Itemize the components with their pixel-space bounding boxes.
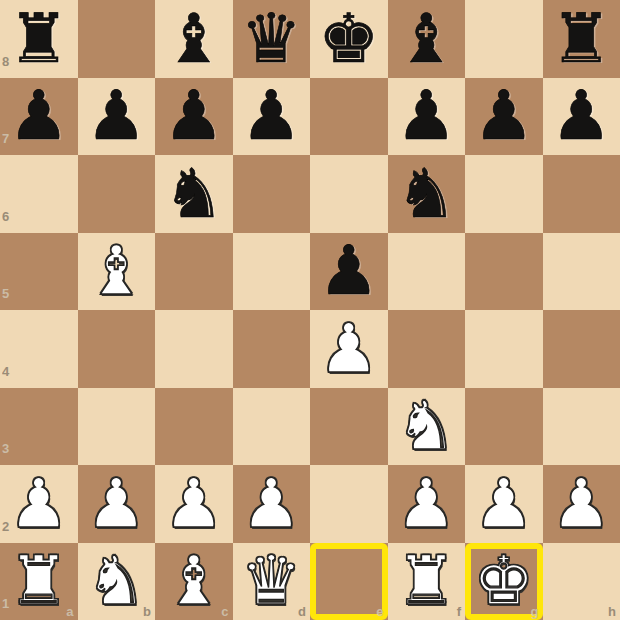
square-a8[interactable]: ♜8 <box>0 0 78 78</box>
black-king[interactable]: ♚ <box>310 0 388 78</box>
square-c4[interactable] <box>155 310 233 388</box>
square-a1[interactable]: ♜1a <box>0 543 78 620</box>
square-f6[interactable]: ♞ <box>388 155 466 233</box>
white-knight[interactable]: ♞ <box>388 388 466 466</box>
square-h5[interactable] <box>543 233 620 311</box>
black-rook[interactable]: ♜ <box>543 0 620 78</box>
white-bishop[interactable]: ♝ <box>78 233 156 311</box>
square-f7[interactable]: ♟ <box>388 78 466 156</box>
square-h6[interactable] <box>543 155 620 233</box>
black-rook[interactable]: ♜ <box>0 0 78 78</box>
square-e1-highlighted[interactable]: e <box>310 543 388 620</box>
square-c7[interactable]: ♟ <box>155 78 233 156</box>
white-king[interactable]: ♚ <box>465 543 543 620</box>
square-b3[interactable] <box>78 388 156 466</box>
black-pawn[interactable]: ♟ <box>78 78 156 156</box>
white-pawn[interactable]: ♟ <box>388 465 466 543</box>
square-d3[interactable] <box>233 388 311 466</box>
white-queen[interactable]: ♛ <box>233 543 311 620</box>
square-e7[interactable] <box>310 78 388 156</box>
rank-label-5: 5 <box>2 286 9 301</box>
square-d5[interactable] <box>233 233 311 311</box>
square-c3[interactable] <box>155 388 233 466</box>
square-b6[interactable] <box>78 155 156 233</box>
white-pawn[interactable]: ♟ <box>0 465 78 543</box>
square-h2[interactable]: ♟ <box>543 465 620 543</box>
black-queen[interactable]: ♛ <box>233 0 311 78</box>
square-f3[interactable]: ♞ <box>388 388 466 466</box>
white-rook[interactable]: ♜ <box>0 543 78 620</box>
square-f4[interactable] <box>388 310 466 388</box>
rank-label-6: 6 <box>2 209 9 224</box>
square-a7[interactable]: ♟7 <box>0 78 78 156</box>
black-knight[interactable]: ♞ <box>155 155 233 233</box>
black-pawn[interactable]: ♟ <box>543 78 620 156</box>
square-d4[interactable] <box>233 310 311 388</box>
white-knight[interactable]: ♞ <box>78 543 156 620</box>
square-f2[interactable]: ♟ <box>388 465 466 543</box>
black-pawn[interactable]: ♟ <box>0 78 78 156</box>
square-g5[interactable] <box>465 233 543 311</box>
black-pawn[interactable]: ♟ <box>465 78 543 156</box>
file-label-e: e <box>376 604 383 619</box>
white-rook[interactable]: ♜ <box>388 543 466 620</box>
white-bishop[interactable]: ♝ <box>155 543 233 620</box>
square-b7[interactable]: ♟ <box>78 78 156 156</box>
square-g3[interactable] <box>465 388 543 466</box>
square-g2[interactable]: ♟ <box>465 465 543 543</box>
square-e5[interactable]: ♟ <box>310 233 388 311</box>
white-pawn[interactable]: ♟ <box>310 310 388 388</box>
square-c8[interactable]: ♝ <box>155 0 233 78</box>
black-bishop[interactable]: ♝ <box>155 0 233 78</box>
square-b4[interactable] <box>78 310 156 388</box>
square-a4[interactable]: 4 <box>0 310 78 388</box>
square-a6[interactable]: 6 <box>0 155 78 233</box>
square-g8[interactable] <box>465 0 543 78</box>
white-pawn[interactable]: ♟ <box>465 465 543 543</box>
square-a3[interactable]: 3 <box>0 388 78 466</box>
white-pawn[interactable]: ♟ <box>155 465 233 543</box>
square-h4[interactable] <box>543 310 620 388</box>
square-b5[interactable]: ♝ <box>78 233 156 311</box>
black-bishop[interactable]: ♝ <box>388 0 466 78</box>
square-c6[interactable]: ♞ <box>155 155 233 233</box>
rank-label-3: 3 <box>2 441 9 456</box>
square-h8[interactable]: ♜ <box>543 0 620 78</box>
square-e6[interactable] <box>310 155 388 233</box>
square-b2[interactable]: ♟ <box>78 465 156 543</box>
file-label-h: h <box>608 604 616 619</box>
square-b8[interactable] <box>78 0 156 78</box>
square-d2[interactable]: ♟ <box>233 465 311 543</box>
chess-board: ♜8♝♛♚♝♜♟7♟♟♟♟♟♟6♞♞5♝♟4♟3♞♟2♟♟♟♟♟♟♜1a♞b♝c… <box>0 0 620 620</box>
square-e3[interactable] <box>310 388 388 466</box>
square-d6[interactable] <box>233 155 311 233</box>
square-d8[interactable]: ♛ <box>233 0 311 78</box>
square-f1[interactable]: ♜f <box>388 543 466 620</box>
square-a2[interactable]: ♟2 <box>0 465 78 543</box>
white-pawn[interactable]: ♟ <box>78 465 156 543</box>
white-pawn[interactable]: ♟ <box>233 465 311 543</box>
square-e8[interactable]: ♚ <box>310 0 388 78</box>
square-c2[interactable]: ♟ <box>155 465 233 543</box>
square-h1[interactable]: h <box>543 543 620 620</box>
square-h3[interactable] <box>543 388 620 466</box>
rank-label-4: 4 <box>2 364 9 379</box>
black-pawn[interactable]: ♟ <box>310 233 388 311</box>
black-pawn[interactable]: ♟ <box>233 78 311 156</box>
square-g6[interactable] <box>465 155 543 233</box>
black-pawn[interactable]: ♟ <box>155 78 233 156</box>
square-h7[interactable]: ♟ <box>543 78 620 156</box>
square-e4[interactable]: ♟ <box>310 310 388 388</box>
square-d7[interactable]: ♟ <box>233 78 311 156</box>
square-g1-highlighted[interactable]: ♚g <box>465 543 543 620</box>
square-g4[interactable] <box>465 310 543 388</box>
square-g7[interactable]: ♟ <box>465 78 543 156</box>
square-a5[interactable]: 5 <box>0 233 78 311</box>
square-b1[interactable]: ♞b <box>78 543 156 620</box>
square-d1[interactable]: ♛d <box>233 543 311 620</box>
square-f8[interactable]: ♝ <box>388 0 466 78</box>
black-knight[interactable]: ♞ <box>388 155 466 233</box>
square-c1[interactable]: ♝c <box>155 543 233 620</box>
white-pawn[interactable]: ♟ <box>543 465 620 543</box>
square-f5[interactable] <box>388 233 466 311</box>
black-pawn[interactable]: ♟ <box>388 78 466 156</box>
square-c5[interactable] <box>155 233 233 311</box>
square-e2[interactable] <box>310 465 388 543</box>
